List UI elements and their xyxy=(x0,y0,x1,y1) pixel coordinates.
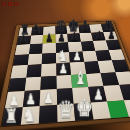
piece-black-p-h7[interactable]: ♟ xyxy=(108,29,116,40)
piece-black-p-g7[interactable]: ♟ xyxy=(95,30,103,41)
board-square-e1[interactable]: ♚ xyxy=(74,102,94,121)
board-square-a1[interactable]: ♜ xyxy=(2,107,23,126)
board-square-c5[interactable] xyxy=(42,53,56,65)
board-square-c6[interactable] xyxy=(42,43,55,53)
board-square-d4[interactable]: ♟ xyxy=(56,63,71,76)
piece-white-k-e1[interactable]: ♚ xyxy=(75,96,93,120)
board-square-d3[interactable] xyxy=(56,75,72,89)
piece-white-p-f2[interactable]: ♟ xyxy=(93,87,103,101)
board-square-b5[interactable] xyxy=(27,53,42,65)
piece-black-p-d7[interactable]: ♟ xyxy=(58,32,66,43)
piece-white-r-a1[interactable]: ♜ xyxy=(4,106,18,126)
board-square-c4[interactable] xyxy=(41,63,56,76)
board-square-f1[interactable] xyxy=(90,101,111,119)
board-square-b3[interactable] xyxy=(24,76,41,91)
piece-white-n-b1[interactable]: ♞ xyxy=(23,104,37,124)
board-square-a3[interactable] xyxy=(8,77,26,92)
board-square-a7[interactable]: ♟ xyxy=(17,35,31,45)
board-square-b1[interactable]: ♞ xyxy=(20,106,39,125)
piece-black-p-e7[interactable]: ♟ xyxy=(70,31,78,42)
board-square-a5[interactable] xyxy=(13,54,29,66)
board-square-h4[interactable] xyxy=(111,59,129,71)
game-window: TURN ♜♞♛♚♝♜♟♟♟♟♟♟♞♟♟♝♟♟♟♟♜♞♛♚♜ xyxy=(0,0,130,130)
board-square-f8[interactable]: ♝ xyxy=(78,25,91,33)
piece-white-p-c2[interactable]: ♟ xyxy=(43,90,53,105)
piece-black-p-c7[interactable]: ♟ xyxy=(45,32,53,43)
board-square-h5[interactable] xyxy=(108,49,125,60)
board-square-c1[interactable] xyxy=(39,104,57,123)
turn-status-text: TURN xyxy=(0,0,20,8)
piece-white-p-d4[interactable]: ♟ xyxy=(59,62,68,75)
board-square-d7[interactable]: ♟ xyxy=(55,34,68,43)
board-square-g7[interactable]: ♟ xyxy=(91,32,105,41)
board-rim: ♜♞♛♚♝♜♟♟♟♟♟♟♞♟♟♝♟♟♟♟♜♞♛♚♜ xyxy=(0,21,130,130)
piece-white-p-e5[interactable]: ♟ xyxy=(73,50,82,62)
piece-black-n-b8[interactable]: ♞ xyxy=(32,22,41,35)
board-square-c3[interactable] xyxy=(40,75,56,90)
chess-board[interactable]: ♜♞♛♚♝♜♟♟♟♟♟♟♞♟♟♝♟♟♟♟♜♞♛♚♜ xyxy=(0,23,130,127)
board-square-e3[interactable]: ♝ xyxy=(71,74,88,88)
piece-white-q-d1[interactable]: ♛ xyxy=(58,98,75,121)
board-square-b4[interactable] xyxy=(26,64,42,77)
board-square-c2[interactable]: ♟ xyxy=(40,89,57,106)
board-square-a4[interactable] xyxy=(11,65,28,78)
piece-black-p-a7[interactable]: ♟ xyxy=(19,34,27,45)
piece-black-b-f8[interactable]: ♝ xyxy=(80,19,90,33)
board-square-d1[interactable]: ♛ xyxy=(57,103,75,122)
piece-white-b-e3[interactable]: ♝ xyxy=(74,69,87,87)
